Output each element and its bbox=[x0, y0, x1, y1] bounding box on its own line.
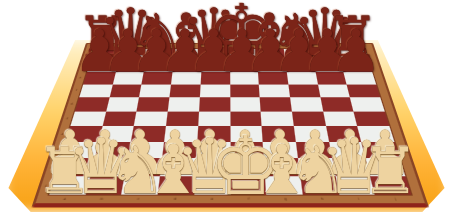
board-square[interactable] bbox=[260, 97, 292, 111]
board-square[interactable] bbox=[320, 97, 354, 111]
board-square[interactable] bbox=[170, 84, 201, 97]
light-rook[interactable]: ♜ bbox=[359, 140, 423, 204]
board-square[interactable] bbox=[290, 97, 323, 111]
board-square[interactable] bbox=[318, 84, 351, 97]
board-square[interactable] bbox=[75, 97, 109, 111]
board-square[interactable] bbox=[79, 84, 112, 97]
board-square[interactable] bbox=[139, 84, 171, 97]
board-square[interactable] bbox=[137, 97, 170, 111]
dark-pawn[interactable]: ♟ bbox=[327, 22, 385, 80]
board-square[interactable] bbox=[168, 97, 200, 111]
board-square[interactable] bbox=[347, 84, 380, 97]
board-square[interactable] bbox=[106, 97, 140, 111]
board-square[interactable] bbox=[350, 97, 385, 111]
board-square[interactable] bbox=[109, 84, 142, 97]
board-square[interactable] bbox=[199, 97, 230, 111]
scene: abcdefghij 10987654321 ♜♛♞♝♛♚♝♞♛♜♟♟♟♟♟♟♟… bbox=[0, 0, 453, 215]
board-square[interactable] bbox=[230, 97, 261, 111]
board-square[interactable] bbox=[259, 84, 290, 97]
board-square[interactable] bbox=[200, 84, 230, 97]
board-square[interactable] bbox=[288, 84, 320, 97]
board-square[interactable] bbox=[230, 84, 260, 97]
